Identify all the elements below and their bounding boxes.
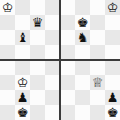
square-r7c6[interactable] [90,105,105,120]
square-r5c1[interactable]: ♔ [15,75,30,90]
black-bishop-piece[interactable]: ♝ [15,30,30,45]
square-r7c7[interactable]: ♚ [105,105,120,120]
white-king-piece[interactable]: ♔ [0,0,15,15]
square-r1c2[interactable]: ♛ [30,15,45,30]
square-r5c0[interactable] [0,75,15,90]
square-r2c3[interactable] [45,30,60,45]
square-r4c0[interactable] [0,60,15,75]
square-r5c3[interactable] [45,75,60,90]
quadrant-divider-horizontal [0,59,120,61]
square-r0c3[interactable] [45,0,60,15]
square-r1c0[interactable] [0,15,15,30]
square-r6c5[interactable] [75,90,90,105]
square-r4c1[interactable] [15,60,30,75]
square-r1c7[interactable] [105,15,120,30]
square-r7c2[interactable] [30,105,45,120]
square-r2c4[interactable] [60,30,75,45]
square-r0c5[interactable] [75,0,90,15]
black-pawn-piece[interactable]: ♟ [15,90,30,105]
square-r3c2[interactable] [30,45,45,60]
square-r1c6[interactable] [90,15,105,30]
square-r0c1[interactable] [15,0,30,15]
square-r4c2[interactable] [30,60,45,75]
square-r3c6[interactable] [90,45,105,60]
square-r7c1[interactable]: ♚ [15,105,30,120]
square-r5c6[interactable]: ♕ [90,75,105,90]
black-pawn-piece[interactable]: ♟ [105,90,120,105]
square-r0c0[interactable]: ♔ [0,0,15,15]
square-r5c4[interactable] [60,75,75,90]
square-r0c4[interactable] [60,0,75,15]
square-r4c3[interactable] [45,60,60,75]
black-queen-piece[interactable]: ♛ [30,15,45,30]
square-r5c2[interactable] [30,75,45,90]
square-r2c5[interactable]: ♞ [75,30,90,45]
square-r1c1[interactable] [15,15,30,30]
square-r1c3[interactable] [45,15,60,30]
square-r4c6[interactable] [90,60,105,75]
square-r7c5[interactable] [75,105,90,120]
square-r6c1[interactable]: ♟ [15,90,30,105]
square-r0c6[interactable] [90,0,105,15]
white-queen-piece[interactable]: ♕ [90,75,105,90]
square-r3c1[interactable] [15,45,30,60]
square-r5c5[interactable] [75,75,90,90]
square-r4c4[interactable] [60,60,75,75]
square-r6c0[interactable] [0,90,15,105]
square-r0c7[interactable]: ♔ [105,0,120,15]
square-r3c3[interactable] [45,45,60,60]
square-r0c2[interactable] [30,0,45,15]
square-r2c1[interactable]: ♝ [15,30,30,45]
square-r3c5[interactable] [75,45,90,60]
square-r4c5[interactable] [75,60,90,75]
square-r4c7[interactable] [105,60,120,75]
square-r6c2[interactable] [30,90,45,105]
black-king-piece[interactable]: ♚ [105,105,120,120]
square-r5c7[interactable] [105,75,120,90]
square-r6c7[interactable]: ♟ [105,90,120,105]
square-r3c0[interactable] [0,45,15,60]
square-r1c4[interactable] [60,15,75,30]
square-r2c6[interactable] [90,30,105,45]
square-r3c7[interactable] [105,45,120,60]
square-r2c2[interactable] [30,30,45,45]
square-r7c0[interactable] [0,105,15,120]
black-king-piece[interactable]: ♚ [15,105,30,120]
square-r6c3[interactable] [45,90,60,105]
square-r6c6[interactable] [90,90,105,105]
square-r3c4[interactable] [60,45,75,60]
square-r2c0[interactable] [0,30,15,45]
white-king-piece[interactable]: ♔ [15,75,30,90]
square-r2c7[interactable] [105,30,120,45]
square-r7c4[interactable] [60,105,75,120]
white-king-piece[interactable]: ♔ [105,0,120,15]
black-king-piece[interactable]: ♚ [75,15,90,30]
black-knight-piece[interactable]: ♞ [75,30,90,45]
square-r6c4[interactable] [60,90,75,105]
square-r1c5[interactable]: ♚ [75,15,90,30]
square-r7c3[interactable] [45,105,60,120]
chess-diagram-composite: ♔♔♛♚♝♞♔♕♟♟♚♚ [0,0,120,120]
